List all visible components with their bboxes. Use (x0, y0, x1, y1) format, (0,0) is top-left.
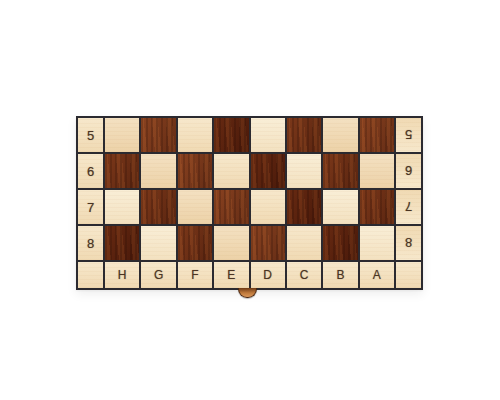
rank-label-right-7: 7 (396, 190, 421, 224)
rank-label-left-8: 8 (78, 226, 103, 260)
square-a8 (360, 226, 394, 260)
square-h8 (105, 226, 139, 260)
square-d6 (251, 154, 285, 188)
file-label-f: F (178, 262, 212, 288)
square-h5 (105, 118, 139, 152)
square-f8 (178, 226, 212, 260)
file-label-e: E (214, 262, 248, 288)
square-e8 (214, 226, 248, 260)
square-d7 (251, 190, 285, 224)
square-d8 (251, 226, 285, 260)
photo-background: 55667788HGFEDCBA (0, 0, 500, 400)
file-label-a: A (360, 262, 394, 288)
corner-cell-right (396, 262, 421, 288)
file-label-g: G (141, 262, 175, 288)
rank-label-right-6: 6 (396, 154, 421, 188)
square-c8 (287, 226, 321, 260)
rank-label-left-7: 7 (78, 190, 103, 224)
square-f6 (178, 154, 212, 188)
square-f5 (178, 118, 212, 152)
rank-label-right-8: 8 (396, 226, 421, 260)
board-grid: 55667788HGFEDCBA (78, 118, 421, 288)
square-g8 (141, 226, 175, 260)
square-a7 (360, 190, 394, 224)
square-f7 (178, 190, 212, 224)
square-a5 (360, 118, 394, 152)
file-label-b: B (323, 262, 357, 288)
square-e7 (214, 190, 248, 224)
rank-label-left-6: 6 (78, 154, 103, 188)
rank-label-left-5: 5 (78, 118, 103, 152)
square-h7 (105, 190, 139, 224)
square-c6 (287, 154, 321, 188)
square-g7 (141, 190, 175, 224)
rank-label-right-5: 5 (396, 118, 421, 152)
square-a6 (360, 154, 394, 188)
square-c7 (287, 190, 321, 224)
file-label-c: C (287, 262, 321, 288)
square-g6 (141, 154, 175, 188)
square-b5 (323, 118, 357, 152)
square-g5 (141, 118, 175, 152)
square-e5 (214, 118, 248, 152)
square-b8 (323, 226, 357, 260)
chess-board-box: 55667788HGFEDCBA (76, 116, 423, 290)
square-h6 (105, 154, 139, 188)
file-label-h: H (105, 262, 139, 288)
square-e6 (214, 154, 248, 188)
corner-cell-left (78, 262, 103, 288)
square-d5 (251, 118, 285, 152)
square-b6 (323, 154, 357, 188)
square-c5 (287, 118, 321, 152)
square-b7 (323, 190, 357, 224)
clasp-latch (238, 288, 257, 298)
file-label-d: D (251, 262, 285, 288)
